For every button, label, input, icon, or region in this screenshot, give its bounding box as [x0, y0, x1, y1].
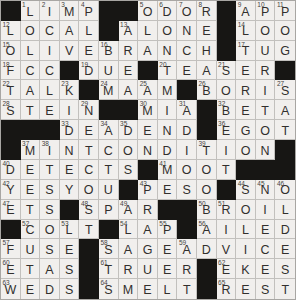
cell-letter: C: [177, 45, 196, 58]
cell-letter: S: [40, 184, 59, 197]
cell-letter: E: [119, 65, 138, 78]
cell-letter: S: [275, 264, 295, 277]
block-cell: [79, 239, 99, 259]
cell-letter: S: [40, 204, 59, 217]
letter-cell[interactable]: E: [119, 61, 139, 81]
letter-cell[interactable]: 65R: [217, 279, 237, 299]
block-cell: [197, 259, 217, 279]
block-cell: [99, 21, 119, 41]
letter-cell[interactable]: T: [79, 140, 99, 160]
letter-cell[interactable]: N: [158, 41, 178, 61]
letter-cell[interactable]: S: [40, 239, 60, 259]
letter-cell[interactable]: U: [21, 239, 41, 259]
block-cell: [60, 200, 80, 220]
letter-cell[interactable]: Y: [60, 180, 80, 200]
letter-cell[interactable]: 12L: [1, 21, 21, 41]
cell-letter: E: [256, 264, 275, 277]
letter-cell[interactable]: R: [236, 80, 256, 100]
cell-letter: E: [1, 264, 20, 277]
letter-cell[interactable]: H: [197, 41, 217, 61]
cell-letter: O: [236, 145, 255, 158]
letter-cell[interactable]: L: [236, 220, 256, 240]
cell-letter: M: [158, 164, 177, 177]
letter-cell[interactable]: E: [79, 120, 99, 140]
letter-cell[interactable]: E: [158, 180, 178, 200]
letter-cell[interactable]: E: [236, 279, 256, 299]
cell-letter: S: [177, 184, 196, 197]
letter-cell[interactable]: C: [40, 61, 60, 81]
cell-letter: A: [275, 105, 295, 118]
letter-cell[interactable]: 16B: [99, 41, 119, 61]
cell-letter: A: [119, 204, 138, 217]
letter-cell[interactable]: O: [236, 140, 256, 160]
cell-letter: D: [177, 125, 196, 138]
letter-cell[interactable]: E: [158, 239, 178, 259]
letter-cell[interactable]: S: [60, 279, 80, 299]
cell-letter: L: [236, 224, 255, 237]
cell-letter: T: [236, 45, 255, 58]
cell-letter: D: [158, 145, 177, 158]
letter-cell[interactable]: N: [60, 140, 80, 160]
block-cell: [197, 120, 217, 140]
letter-cell[interactable]: N: [256, 140, 276, 160]
letter-cell[interactable]: E: [177, 61, 197, 81]
letter-cell[interactable]: 42Y: [1, 180, 21, 200]
cell-letter: Y: [60, 184, 79, 197]
letter-cell[interactable]: O: [40, 220, 60, 240]
cell-letter: O: [119, 145, 138, 158]
block-cell: [177, 220, 197, 240]
letter-cell[interactable]: S: [40, 200, 60, 220]
cell-letter: L: [21, 6, 40, 19]
letter-cell[interactable]: T: [99, 160, 119, 180]
letter-cell[interactable]: O: [177, 160, 197, 180]
letter-cell[interactable]: 49A: [119, 200, 139, 220]
cell-letter: D: [119, 125, 138, 138]
block-cell: [177, 80, 197, 100]
letter-cell[interactable]: 44S: [236, 180, 256, 200]
letter-cell[interactable]: A: [138, 41, 158, 61]
cell-letter: O: [275, 184, 295, 197]
cell-letter: D: [40, 284, 59, 297]
letter-cell[interactable]: R: [177, 259, 197, 279]
cell-letter: I: [256, 204, 275, 217]
cell-letter: R: [256, 65, 275, 78]
cell-letter: R: [236, 85, 255, 98]
letter-cell[interactable]: O: [79, 180, 99, 200]
letter-cell[interactable]: N: [177, 21, 197, 41]
letter-cell[interactable]: L: [138, 21, 158, 41]
letter-cell[interactable]: T: [275, 120, 295, 140]
letter-cell[interactable]: U: [256, 41, 276, 61]
letter-cell[interactable]: O: [275, 21, 295, 41]
cell-letter: M: [119, 284, 138, 297]
letter-cell[interactable]: S: [60, 259, 80, 279]
letter-cell[interactable]: 37M: [21, 140, 41, 160]
cell-letter: B: [99, 45, 118, 58]
letter-cell[interactable]: O: [158, 21, 178, 41]
letter-cell[interactable]: A: [40, 259, 60, 279]
letter-cell[interactable]: R: [256, 61, 276, 81]
cell-letter: V: [217, 244, 236, 257]
letter-cell[interactable]: 15O: [1, 41, 21, 61]
letter-cell[interactable]: 43P: [138, 180, 158, 200]
cell-letter: C: [21, 224, 40, 237]
cell-letter: E: [138, 284, 157, 297]
cell-letter: E: [158, 244, 177, 257]
letter-cell[interactable]: 55P: [158, 220, 178, 240]
cell-letter: O: [138, 6, 157, 19]
letter-cell[interactable]: A: [275, 100, 295, 120]
cell-letter: E: [79, 125, 98, 138]
letter-cell[interactable]: 11P: [275, 1, 295, 21]
letter-cell[interactable]: 5O: [138, 1, 158, 21]
letter-cell[interactable]: 2I: [40, 1, 60, 21]
letter-cell[interactable]: 22T: [1, 80, 21, 100]
letter-cell[interactable]: E: [21, 180, 41, 200]
letter-cell[interactable]: 19D: [79, 61, 99, 81]
cell-letter: T: [99, 264, 118, 277]
block-cell: [217, 41, 237, 61]
block-cell: [99, 100, 119, 120]
letter-cell[interactable]: I: [236, 239, 256, 259]
letter-cell[interactable]: C: [256, 239, 276, 259]
cell-letter: P: [99, 204, 118, 217]
cell-letter: I: [40, 145, 59, 158]
cell-letter: R: [177, 264, 196, 277]
letter-cell[interactable]: T: [21, 100, 41, 120]
letter-cell[interactable]: S: [256, 279, 276, 299]
letter-cell[interactable]: S: [40, 180, 60, 200]
letter-cell[interactable]: E: [21, 160, 41, 180]
letter-cell[interactable]: T: [177, 279, 197, 299]
letter-cell[interactable]: A: [119, 80, 139, 100]
letter-cell[interactable]: 4P: [79, 1, 99, 21]
letter-cell[interactable]: 52C: [21, 220, 41, 240]
letter-cell[interactable]: M: [119, 279, 139, 299]
letter-cell[interactable]: R: [138, 200, 158, 220]
letter-cell[interactable]: 36E: [217, 120, 237, 140]
letter-cell[interactable]: L: [79, 21, 99, 41]
letter-cell[interactable]: C: [177, 41, 197, 61]
letter-cell[interactable]: 64S: [99, 279, 119, 299]
cell-letter: U: [21, 244, 40, 257]
letter-cell[interactable]: 59A: [177, 239, 197, 259]
letter-cell[interactable]: 27S: [275, 80, 295, 100]
letter-cell[interactable]: 13A: [119, 21, 139, 41]
letter-cell[interactable]: M: [158, 80, 178, 100]
cell-letter: N: [256, 145, 275, 158]
cell-letter: S: [60, 284, 79, 297]
cell-letter: G: [138, 244, 157, 257]
letter-cell[interactable]: E: [256, 259, 276, 279]
cell-letter: I: [217, 145, 236, 158]
letter-cell[interactable]: 21S: [217, 61, 237, 81]
letter-cell[interactable]: 3M: [60, 1, 80, 21]
letter-cell[interactable]: D: [158, 140, 178, 160]
letter-cell[interactable]: D: [177, 120, 197, 140]
letter-cell[interactable]: 31A: [177, 100, 197, 120]
letter-cell[interactable]: E: [197, 21, 217, 41]
letter-cell[interactable]: I: [256, 80, 276, 100]
letter-cell[interactable]: C: [79, 160, 99, 180]
cell-letter: O: [177, 164, 196, 177]
letter-cell[interactable]: 48S: [79, 200, 99, 220]
letter-cell[interactable]: 8R: [197, 1, 217, 21]
cell-letter: E: [236, 284, 255, 297]
letter-cell[interactable]: I: [217, 220, 237, 240]
letter-cell[interactable]: T: [21, 200, 41, 220]
cell-letter: N: [158, 125, 177, 138]
letter-cell[interactable]: O: [197, 160, 217, 180]
cell-letter: T: [275, 284, 295, 297]
letter-cell[interactable]: T: [275, 279, 295, 299]
letter-cell[interactable]: 1L: [21, 1, 41, 21]
letter-cell[interactable]: E: [60, 160, 80, 180]
letter-cell[interactable]: 34A: [99, 120, 119, 140]
cell-letter: N: [256, 184, 275, 197]
cell-letter: A: [119, 25, 138, 38]
letter-cell[interactable]: I: [158, 100, 178, 120]
cell-letter: C: [79, 164, 98, 177]
letter-cell[interactable]: 41M: [158, 160, 178, 180]
cell-letter: E: [197, 25, 216, 38]
cell-letter: L: [236, 25, 255, 38]
letter-cell[interactable]: L: [275, 200, 295, 220]
letter-cell[interactable]: I: [217, 140, 237, 160]
cell-letter: E: [275, 244, 295, 257]
letter-cell[interactable]: V: [217, 239, 237, 259]
cell-letter: T: [79, 145, 98, 158]
letter-cell[interactable]: E: [236, 61, 256, 81]
cell-letter: S: [256, 284, 275, 297]
letter-cell[interactable]: L: [21, 41, 41, 61]
letter-cell[interactable]: I: [256, 200, 276, 220]
cell-letter: O: [177, 6, 196, 19]
cell-letter: B: [217, 105, 236, 118]
letter-cell[interactable]: C: [40, 21, 60, 41]
letter-cell[interactable]: 33D: [60, 120, 80, 140]
letter-cell[interactable]: 6D: [158, 1, 178, 21]
block-cell: [275, 160, 295, 180]
cell-letter: P: [79, 6, 98, 19]
letter-cell[interactable]: 29N: [79, 100, 99, 120]
cell-letter: E: [40, 105, 59, 118]
cell-letter: R: [217, 284, 236, 297]
letter-cell[interactable]: R: [119, 41, 139, 61]
letter-cell[interactable]: E: [60, 239, 80, 259]
cell-letter: C: [256, 244, 275, 257]
letter-cell[interactable]: 38I: [40, 140, 60, 160]
letter-cell[interactable]: 25A: [138, 80, 158, 100]
letter-cell[interactable]: L: [40, 80, 60, 100]
letter-cell[interactable]: E: [158, 259, 178, 279]
letter-cell[interactable]: U: [99, 61, 119, 81]
cell-letter: C: [40, 25, 59, 38]
cell-letter: E: [236, 65, 255, 78]
letter-cell[interactable]: 14L: [236, 21, 256, 41]
letter-cell[interactable]: 35D: [119, 120, 139, 140]
cell-letter: L: [1, 25, 20, 38]
cell-letter: O: [40, 224, 59, 237]
cell-letter: S: [79, 204, 98, 217]
letter-cell[interactable]: 20T: [158, 61, 178, 81]
cell-letter: S: [119, 164, 138, 177]
letter-cell[interactable]: T: [21, 259, 41, 279]
letter-cell[interactable]: I: [60, 100, 80, 120]
cell-letter: Y: [1, 184, 20, 197]
cell-letter: A: [99, 125, 118, 138]
letter-cell[interactable]: 28S: [1, 100, 21, 120]
letter-cell[interactable]: G: [275, 41, 295, 61]
letter-cell[interactable]: N: [138, 140, 158, 160]
block-cell: [217, 180, 237, 200]
cell-letter: A: [177, 244, 196, 257]
letter-cell[interactable]: D: [197, 239, 217, 259]
letter-cell[interactable]: 63W: [1, 279, 21, 299]
cell-letter: T: [1, 85, 20, 98]
cell-letter: D: [158, 6, 177, 19]
cell-letter: I: [40, 45, 59, 58]
letter-cell[interactable]: 18F: [1, 61, 21, 81]
cell-letter: P: [158, 224, 177, 237]
letter-cell[interactable]: 61T: [99, 259, 119, 279]
letter-cell[interactable]: D: [275, 220, 295, 240]
letter-cell[interactable]: S: [275, 259, 295, 279]
cell-letter: D: [275, 224, 295, 237]
cell-letter: C: [99, 145, 118, 158]
letter-cell[interactable]: 46O: [275, 180, 295, 200]
cell-letter: T: [275, 125, 295, 138]
letter-cell[interactable]: T: [256, 100, 276, 120]
cell-letter: E: [158, 264, 177, 277]
letter-cell[interactable]: K: [236, 259, 256, 279]
letter-cell[interactable]: 62E: [217, 259, 237, 279]
letter-cell[interactable]: T: [40, 160, 60, 180]
letter-cell[interactable]: A: [119, 239, 139, 259]
letter-cell[interactable]: N: [158, 120, 178, 140]
letter-cell[interactable]: 50B: [197, 200, 217, 220]
letter-cell[interactable]: O: [21, 21, 41, 41]
block-cell: [1, 1, 21, 21]
letter-cell[interactable]: 45N: [256, 180, 276, 200]
cell-letter: A: [21, 85, 40, 98]
cell-letter: I: [177, 145, 196, 158]
letter-cell[interactable]: D: [40, 279, 60, 299]
letter-cell[interactable]: 57F: [1, 239, 21, 259]
letter-cell[interactable]: 26B: [197, 80, 217, 100]
letter-cell[interactable]: A: [197, 61, 217, 81]
cell-letter: L: [40, 85, 59, 98]
letter-cell[interactable]: E: [236, 100, 256, 120]
letter-cell[interactable]: C: [99, 140, 119, 160]
letter-cell[interactable]: S: [177, 180, 197, 200]
letter-cell[interactable]: V: [60, 41, 80, 61]
letter-cell[interactable]: 51R: [217, 200, 237, 220]
cell-letter: T: [158, 65, 177, 78]
letter-cell[interactable]: 53L: [60, 220, 80, 240]
letter-cell[interactable]: 58S: [99, 239, 119, 259]
letter-cell[interactable]: T: [217, 160, 237, 180]
cell-letter: T: [21, 105, 40, 118]
letter-cell[interactable]: 60E: [1, 259, 21, 279]
cell-letter: U: [99, 65, 118, 78]
letter-cell[interactable]: O: [197, 180, 217, 200]
letter-cell[interactable]: E: [138, 279, 158, 299]
letter-cell[interactable]: 23K: [60, 80, 80, 100]
letter-cell[interactable]: 39T: [197, 140, 217, 160]
letter-cell[interactable]: 24M: [99, 80, 119, 100]
letter-cell[interactable]: R: [119, 259, 139, 279]
letter-cell[interactable]: I: [40, 41, 60, 61]
cell-letter: O: [158, 25, 177, 38]
letter-cell[interactable]: P: [99, 200, 119, 220]
block-cell: [119, 100, 139, 120]
letter-cell[interactable]: 56A: [197, 220, 217, 240]
letter-cell[interactable]: G: [138, 239, 158, 259]
letter-cell[interactable]: G: [236, 120, 256, 140]
cell-letter: I: [158, 105, 177, 118]
cell-letter: E: [217, 125, 236, 138]
letter-cell[interactable]: A: [138, 220, 158, 240]
letter-cell[interactable]: O: [256, 21, 276, 41]
cell-letter: U: [138, 264, 157, 277]
cell-letter: N: [60, 145, 79, 158]
letter-cell[interactable]: 32B: [217, 100, 237, 120]
letter-cell[interactable]: A: [60, 21, 80, 41]
cell-letter: A: [138, 224, 157, 237]
cell-letter: I: [60, 105, 79, 118]
letter-cell[interactable]: 9A: [236, 1, 256, 21]
cell-letter: O: [275, 25, 295, 38]
letter-cell[interactable]: 30M: [138, 100, 158, 120]
letter-cell[interactable]: T: [79, 220, 99, 240]
letter-cell[interactable]: O: [256, 120, 276, 140]
block-cell: [119, 180, 139, 200]
letter-cell[interactable]: U: [138, 259, 158, 279]
cell-letter: E: [217, 264, 236, 277]
letter-cell[interactable]: E: [138, 120, 158, 140]
letter-cell[interactable]: 54L: [119, 220, 139, 240]
letter-cell[interactable]: O: [119, 140, 139, 160]
letter-cell[interactable]: 7O: [177, 1, 197, 21]
letter-cell[interactable]: O: [217, 80, 237, 100]
letter-cell[interactable]: C: [21, 61, 41, 81]
letter-cell[interactable]: 40D: [1, 160, 21, 180]
letter-cell[interactable]: 10P: [256, 1, 276, 21]
letter-cell[interactable]: 17T: [236, 41, 256, 61]
letter-cell[interactable]: E: [79, 41, 99, 61]
cell-letter: E: [21, 164, 40, 177]
letter-cell[interactable]: E: [256, 220, 276, 240]
cell-letter: B: [197, 204, 216, 217]
letter-cell[interactable]: I: [177, 140, 197, 160]
letter-cell[interactable]: E: [40, 100, 60, 120]
cell-letter: M: [21, 145, 40, 158]
letter-cell[interactable]: U: [99, 180, 119, 200]
letter-cell[interactable]: E: [275, 239, 295, 259]
letter-cell[interactable]: E: [21, 279, 41, 299]
cell-letter: S: [1, 105, 20, 118]
cell-letter: A: [119, 244, 138, 257]
cell-letter: T: [21, 204, 40, 217]
letter-cell[interactable]: L: [158, 279, 178, 299]
letter-cell[interactable]: O: [236, 200, 256, 220]
letter-cell[interactable]: A: [21, 80, 41, 100]
block-cell: [99, 220, 119, 240]
letter-cell[interactable]: 47E: [1, 200, 21, 220]
letter-cell[interactable]: S: [119, 160, 139, 180]
